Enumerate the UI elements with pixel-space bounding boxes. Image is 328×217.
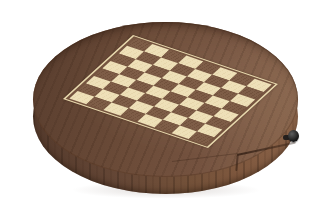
drawer-knob-head [288,130,299,142]
product-photo [0,0,328,217]
drawer-knob[interactable] [283,130,299,143]
